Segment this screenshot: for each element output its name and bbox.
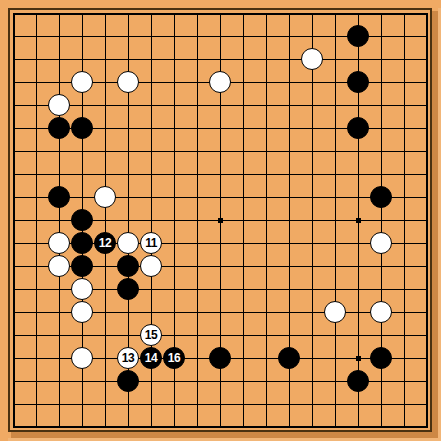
stone-black bbox=[347, 71, 369, 93]
stone-white bbox=[48, 255, 70, 277]
stone-black bbox=[71, 255, 93, 277]
stone-black bbox=[209, 347, 231, 369]
stone-black bbox=[117, 255, 139, 277]
stone-black bbox=[370, 347, 392, 369]
stone-black bbox=[117, 370, 139, 392]
star-point bbox=[218, 218, 223, 223]
stone-black bbox=[347, 25, 369, 47]
stone-black bbox=[347, 117, 369, 139]
go-board: 111315121416 bbox=[0, 0, 441, 441]
stone-white bbox=[324, 301, 346, 323]
stone-white bbox=[209, 71, 231, 93]
stone-black bbox=[71, 232, 93, 254]
stone-white-move-15: 15 bbox=[140, 324, 162, 346]
stone-black bbox=[71, 117, 93, 139]
grid-line-vertical bbox=[404, 13, 405, 428]
stone-white bbox=[71, 71, 93, 93]
stone-white bbox=[117, 232, 139, 254]
stone-black bbox=[347, 370, 369, 392]
grid-line-vertical bbox=[243, 13, 244, 428]
grid-line-horizontal bbox=[13, 335, 428, 336]
stone-white bbox=[117, 71, 139, 93]
stone-white bbox=[140, 255, 162, 277]
grid-line-vertical bbox=[312, 13, 313, 428]
grid-line-horizontal bbox=[13, 426, 428, 428]
stone-black bbox=[71, 209, 93, 231]
stone-black bbox=[48, 186, 70, 208]
stone-black bbox=[117, 278, 139, 300]
stone-white bbox=[301, 48, 323, 70]
stone-white bbox=[48, 94, 70, 116]
stone-black-move-16: 16 bbox=[163, 347, 185, 369]
star-point bbox=[356, 218, 361, 223]
stone-white-move-13: 13 bbox=[117, 347, 139, 369]
stone-white bbox=[370, 301, 392, 323]
grid-line-vertical bbox=[335, 13, 336, 428]
stone-white bbox=[94, 186, 116, 208]
stone-white bbox=[48, 232, 70, 254]
stone-black bbox=[48, 117, 70, 139]
stone-white-move-11: 11 bbox=[140, 232, 162, 254]
star-point bbox=[356, 356, 361, 361]
stone-black-move-12: 12 bbox=[94, 232, 116, 254]
grid-line-vertical bbox=[426, 13, 428, 428]
grid-line-vertical bbox=[266, 13, 267, 428]
stone-black bbox=[370, 186, 392, 208]
grid-line-horizontal bbox=[13, 404, 428, 405]
stone-black bbox=[278, 347, 300, 369]
stone-white bbox=[71, 347, 93, 369]
stone-white bbox=[370, 232, 392, 254]
stone-black-move-14: 14 bbox=[140, 347, 162, 369]
stone-white bbox=[71, 278, 93, 300]
stone-white bbox=[71, 301, 93, 323]
